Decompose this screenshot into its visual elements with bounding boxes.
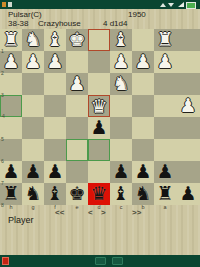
pocket-slot-6[interactable] [176, 139, 200, 161]
square-h3[interactable]: 3 [0, 73, 22, 95]
rank-label-2: 2 [1, 70, 4, 76]
piece-wB[interactable]: ♝ [44, 29, 66, 51]
notification-icon [2, 2, 6, 7]
status-bar [0, 0, 200, 9]
piece-bN[interactable]: ♞ [132, 183, 154, 205]
battery-icon [186, 2, 196, 9]
square-b2[interactable]: ♟ [132, 51, 154, 73]
rank-label-4: 4 [2, 113, 5, 119]
square-a3[interactable] [154, 73, 176, 95]
square-h6[interactable]: 6 [0, 139, 22, 161]
square-h1[interactable]: ♜1 [0, 29, 22, 51]
square-h7[interactable]: ♟7 [0, 161, 22, 183]
upload-arrow-icon [160, 3, 166, 7]
variant-label: Crazyhouse [38, 19, 81, 28]
stop-icon[interactable] [2, 257, 9, 265]
file-label-g: g [22, 204, 44, 211]
square-d2[interactable] [88, 51, 110, 73]
square-g8[interactable]: ♞ [22, 183, 44, 205]
rank-label-1: 1 [1, 48, 4, 54]
square-c2[interactable]: ♟ [110, 51, 132, 73]
piece-bP[interactable]: ♟ [88, 117, 110, 139]
square-h5[interactable]: 5 [0, 117, 22, 139]
square-h2[interactable]: ♟2 [0, 51, 22, 73]
pocket-piece-wP[interactable]: ♟ [176, 95, 200, 117]
rank-label-8: 8 [1, 202, 4, 208]
piece-bQ[interactable]: ♛ [88, 183, 110, 205]
square-a6[interactable] [154, 139, 176, 161]
square-e6[interactable] [66, 139, 88, 161]
square-c6[interactable] [110, 139, 132, 161]
rank-label-3: 3 [1, 92, 4, 98]
square-c3[interactable]: ♞ [110, 73, 132, 95]
signal-icon [178, 2, 184, 7]
square-a2[interactable]: ♟ [154, 51, 176, 73]
rank-label-5: 5 [1, 136, 4, 142]
square-g4[interactable] [22, 95, 44, 117]
piece-bP[interactable]: ♟ [154, 161, 176, 183]
square-e3[interactable]: ♟ [66, 73, 88, 95]
pocket-slot-5[interactable] [176, 117, 200, 139]
piece-wP[interactable]: ♟ [154, 51, 176, 73]
opponent-engine-name: Pulsar(C) [8, 10, 42, 19]
pocket-slot-7[interactable] [176, 161, 200, 183]
square-b4[interactable] [132, 95, 154, 117]
square-d3[interactable] [88, 73, 110, 95]
square-h8[interactable]: ♜8 [0, 183, 22, 205]
piece-bP[interactable]: ♟ [22, 161, 44, 183]
square-d8[interactable]: ♛ [88, 183, 110, 205]
square-b6[interactable] [132, 139, 154, 161]
square-b8[interactable]: ♞ [132, 183, 154, 205]
pocket-slot-1[interactable] [176, 29, 200, 51]
square-g3[interactable] [22, 73, 44, 95]
square-f4[interactable] [44, 95, 66, 117]
piece-wP[interactable]: ♟ [66, 73, 88, 95]
square-d7[interactable] [88, 161, 110, 183]
square-b1[interactable] [132, 29, 154, 51]
download-arrow-icon [168, 3, 174, 7]
piece-bR[interactable]: ♜ [154, 183, 176, 205]
square-f6[interactable] [44, 139, 66, 161]
piece-wP[interactable]: ♟ [132, 51, 154, 73]
piece-wP[interactable]: ♟ [44, 51, 66, 73]
square-e4[interactable] [66, 95, 88, 117]
square-a4[interactable] [154, 95, 176, 117]
player-name: Player [8, 215, 34, 225]
notification-icon-2 [8, 2, 12, 7]
square-f7[interactable]: ♟ [44, 161, 66, 183]
board-grid: ♜1♞♝♚♝♜♟2♟♟♟♟♟3♟♞4♛5♟6♟7♟♟♟♟♟♜8♞♝♚♛♝♞♜ [0, 29, 176, 205]
piece-wQ[interactable]: ♛ [89, 96, 109, 116]
square-f1[interactable]: ♝ [44, 29, 66, 51]
square-c4[interactable] [110, 95, 132, 117]
nav-prev-button[interactable]: < [88, 208, 93, 217]
pocket-slot-8[interactable]: ♟ [176, 183, 200, 205]
square-c1[interactable]: ♝ [110, 29, 132, 51]
square-a7[interactable]: ♟ [154, 161, 176, 183]
rank-label-7: 7 [1, 180, 4, 186]
piece-wN[interactable]: ♞ [22, 29, 44, 51]
pocket-tray: ♟♟ [176, 29, 200, 205]
square-a8[interactable]: ♜ [154, 183, 176, 205]
square-g1[interactable]: ♞ [22, 29, 44, 51]
nav-next-button[interactable]: > [101, 208, 106, 217]
piece-wB[interactable]: ♝ [110, 29, 132, 51]
square-f5[interactable] [44, 117, 66, 139]
piece-wK[interactable]: ♚ [66, 29, 88, 51]
pocket-slot-2[interactable] [176, 51, 200, 73]
square-c8[interactable]: ♝ [110, 183, 132, 205]
file-label-e: e [66, 204, 88, 211]
piece-bB[interactable]: ♝ [110, 183, 132, 205]
square-b3[interactable] [132, 73, 154, 95]
file-label-a: a [154, 204, 176, 211]
square-c5[interactable] [110, 117, 132, 139]
square-c7[interactable]: ♟ [110, 161, 132, 183]
piece-wR[interactable]: ♜ [154, 29, 176, 51]
piece-wP[interactable]: ♟ [110, 51, 132, 73]
rank-label-6: 6 [1, 158, 4, 164]
clock-times: 38-38 [8, 19, 28, 28]
piece-wN[interactable]: ♞ [110, 73, 132, 95]
square-f2[interactable]: ♟ [44, 51, 66, 73]
square-g2[interactable]: ♟ [22, 51, 44, 73]
last-move-text: 4 d1d4 [103, 19, 127, 28]
piece-wP[interactable]: ♟ [22, 51, 44, 73]
square-d5[interactable]: ♟ [88, 117, 110, 139]
app-screen: Pulsar(C) 1950 38-38 Crazyhouse 4 d1d4 ♜… [0, 0, 200, 267]
square-f8[interactable]: ♝ [44, 183, 66, 205]
nav-last-button[interactable]: >> [132, 208, 141, 217]
bottom-bar [0, 255, 200, 267]
piece-bK[interactable]: ♚ [66, 183, 88, 205]
square-g5[interactable] [22, 117, 44, 139]
square-h4[interactable]: 4 [0, 95, 22, 117]
square-g7[interactable]: ♟ [22, 161, 44, 183]
square-d6[interactable] [88, 139, 110, 161]
square-e2[interactable] [66, 51, 88, 73]
piece-bP[interactable]: ♟ [44, 161, 66, 183]
piece-bP[interactable]: ♟ [110, 161, 132, 183]
square-e7[interactable] [66, 161, 88, 183]
square-b5[interactable] [132, 117, 154, 139]
pocket-slot-4[interactable]: ♟ [176, 95, 200, 117]
square-e8[interactable]: ♚ [66, 183, 88, 205]
square-e5[interactable] [66, 117, 88, 139]
piece-bP[interactable]: ♟ [132, 161, 154, 183]
square-f3[interactable] [44, 73, 66, 95]
square-e1[interactable]: ♚ [66, 29, 88, 51]
piece-bN[interactable]: ♞ [22, 183, 44, 205]
file-label-c: c [110, 204, 132, 211]
nav-first-button[interactable]: << [55, 208, 64, 217]
square-b7[interactable]: ♟ [132, 161, 154, 183]
pocket-slot-3[interactable] [176, 73, 200, 95]
engine-rating: 1950 [128, 10, 146, 19]
square-d4[interactable]: ♛ [88, 95, 110, 117]
square-a5[interactable] [154, 117, 176, 139]
pocket-piece-bP[interactable]: ♟ [176, 183, 200, 205]
square-g6[interactable] [22, 139, 44, 161]
square-a1[interactable]: ♜ [154, 29, 176, 51]
square-d1[interactable] [88, 29, 110, 51]
piece-bB[interactable]: ♝ [44, 183, 66, 205]
bottom-button-right[interactable] [112, 257, 123, 265]
bottom-button-left[interactable] [95, 257, 106, 265]
